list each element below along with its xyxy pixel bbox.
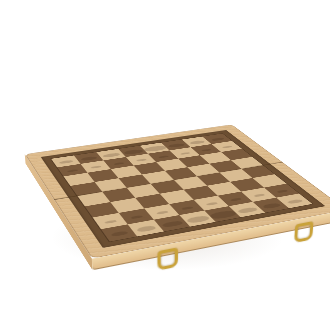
black-king-finial: ▲	[133, 95, 177, 102]
brass-latch-left	[157, 247, 178, 270]
white-rook-icon: ♜	[92, 195, 147, 236]
brass-latch-right	[294, 221, 313, 243]
scene-3d: ♜♞♝♛♚▲♝♞♜♟♟♟♟♟♟♟♟♟♟♟♟♟♟♟♟♜♞♝♛♚♝♞♜	[0, 0, 330, 330]
chess-board: ♜♞♝♛♚▲♝♞♜♟♟♟♟♟♟♟♟♟♟♟♟♟♟♟♟♜♞♝♛♚♝♞♜	[25, 124, 330, 258]
black-pawn-icon: ♟	[49, 145, 96, 172]
pieces-layer: ♜♞♝♛♚▲♝♞♜♟♟♟♟♟♟♟♟♟♟♟♟♟♟♟♟♜♞♝♛♚♝♞♜	[25, 124, 330, 258]
product-photo: ♜♞♝♛♚▲♝♞♜♟♟♟♟♟♟♟♟♟♟♟♟♟♟♟♟♜♞♝♛♚♝♞♜	[0, 0, 330, 330]
